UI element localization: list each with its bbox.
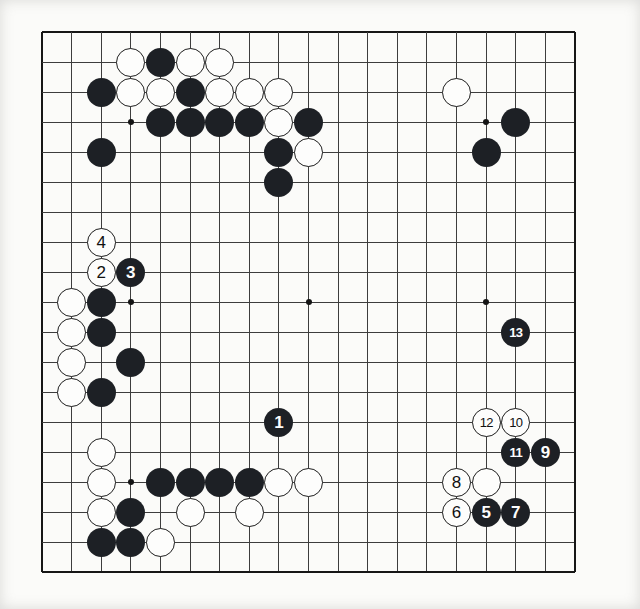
- stone-white: [442, 78, 471, 107]
- stone-black: [87, 378, 116, 407]
- stone-white: [294, 468, 323, 497]
- stone-white: [205, 48, 234, 77]
- stone-black: [176, 108, 205, 137]
- stone-black: [205, 468, 234, 497]
- stone-white: [146, 528, 175, 557]
- stone-black: [87, 288, 116, 317]
- scanned-page: 42313112101198657: [0, 0, 640, 609]
- move-number-label: 3: [126, 263, 135, 280]
- stone-white: [235, 498, 264, 527]
- move-11-stone-black: 11: [501, 438, 530, 467]
- stone-black: [264, 138, 293, 167]
- stone-white: [264, 108, 293, 137]
- move-number-label: 10: [509, 415, 522, 428]
- stone-white: [57, 378, 86, 407]
- stone-black: [87, 318, 116, 347]
- stone-white: [264, 78, 293, 107]
- stone-white: [264, 468, 293, 497]
- stone-black: [116, 498, 145, 527]
- move-number-label: 4: [96, 233, 105, 250]
- grid-line-horizontal: [42, 332, 575, 333]
- move-12-stone-white: 12: [472, 408, 501, 437]
- stone-black: [264, 168, 293, 197]
- stone-white: [472, 468, 501, 497]
- star-point: [128, 299, 134, 305]
- move-10-stone-white: 10: [501, 408, 530, 437]
- move-number-label: 7: [511, 503, 520, 520]
- stone-white: [116, 78, 145, 107]
- star-point: [483, 299, 489, 305]
- stone-black: [294, 108, 323, 137]
- stone-black: [176, 78, 205, 107]
- star-point: [128, 119, 134, 125]
- stone-black: [146, 108, 175, 137]
- star-point: [306, 299, 312, 305]
- grid-line-vertical: [367, 32, 368, 572]
- stone-white: [176, 48, 205, 77]
- grid-line-vertical: [545, 32, 546, 572]
- stone-white: [87, 468, 116, 497]
- move-4-stone-white: 4: [87, 228, 116, 257]
- stone-black: [146, 48, 175, 77]
- stone-black: [501, 108, 530, 137]
- stone-black: [87, 138, 116, 167]
- move-number-label: 5: [481, 503, 490, 520]
- stone-black: [87, 528, 116, 557]
- move-13-stone-black: 13: [501, 318, 530, 347]
- move-7-stone-black: 7: [501, 498, 530, 527]
- move-number-label: 2: [96, 263, 105, 280]
- stone-black: [235, 108, 264, 137]
- grid-line-horizontal: [42, 571, 575, 573]
- move-8-stone-white: 8: [442, 468, 471, 497]
- stone-white: [57, 318, 86, 347]
- stone-white: [57, 348, 86, 377]
- stone-black: [472, 138, 501, 167]
- stone-black: [116, 348, 145, 377]
- stone-black: [116, 528, 145, 557]
- star-point: [128, 479, 134, 485]
- stone-white: [176, 498, 205, 527]
- stone-black: [205, 108, 234, 137]
- move-6-stone-white: 6: [442, 498, 471, 527]
- stone-white: [235, 78, 264, 107]
- move-number-label: 8: [452, 473, 461, 490]
- move-1-stone-black: 1: [264, 408, 293, 437]
- grid-line-vertical: [338, 32, 339, 572]
- move-2-stone-white: 2: [87, 258, 116, 287]
- stone-white: [294, 138, 323, 167]
- move-number-label: 12: [480, 415, 493, 428]
- move-number-label: 9: [541, 443, 550, 460]
- stone-black: [87, 78, 116, 107]
- star-point: [483, 119, 489, 125]
- move-number-label: 13: [509, 325, 522, 338]
- stone-white: [87, 438, 116, 467]
- move-3-stone-black: 3: [116, 258, 145, 287]
- stone-black: [146, 468, 175, 497]
- grid-line-vertical: [397, 32, 398, 572]
- stone-black: [176, 468, 205, 497]
- go-board: 42313112101198657: [42, 32, 575, 572]
- stone-white: [146, 78, 175, 107]
- move-number-label: 6: [452, 503, 461, 520]
- move-number-label: 11: [510, 445, 522, 458]
- move-9-stone-black: 9: [531, 438, 560, 467]
- move-5-stone-black: 5: [472, 498, 501, 527]
- grid-line-vertical: [574, 32, 576, 572]
- move-number-label: 1: [274, 413, 283, 430]
- grid-line-vertical: [426, 32, 427, 572]
- stone-black: [235, 468, 264, 497]
- stone-white: [57, 288, 86, 317]
- stone-white: [87, 498, 116, 527]
- stone-white: [116, 48, 145, 77]
- stone-white: [205, 78, 234, 107]
- grid-line-horizontal: [42, 452, 575, 453]
- grid-line-horizontal: [42, 392, 575, 393]
